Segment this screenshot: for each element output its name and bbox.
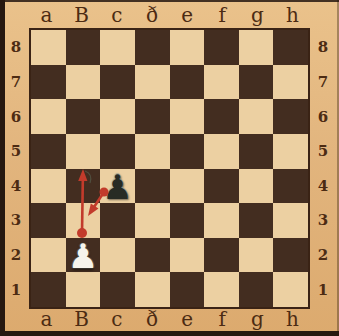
file-label: ð [146, 3, 158, 27]
square-e4[interactable] [170, 169, 205, 204]
square-g3[interactable] [239, 203, 274, 238]
square-g6[interactable] [239, 99, 274, 134]
square-c6[interactable] [100, 99, 135, 134]
square-c2[interactable] [100, 238, 135, 273]
rank-label: 2 [11, 246, 21, 264]
rank-label: 3 [11, 211, 21, 229]
rank-label: 5 [11, 142, 21, 160]
square-f4[interactable] [204, 169, 239, 204]
square-f1[interactable] [204, 272, 239, 307]
file-label: f [218, 307, 225, 331]
rank-label: 6 [318, 108, 328, 126]
square-a5[interactable] [31, 134, 66, 169]
rank-label: 8 [11, 38, 21, 56]
square-h2[interactable] [273, 238, 308, 273]
rank-labels-right: 87654321 [311, 30, 335, 307]
file-label: h [286, 3, 299, 27]
square-d1[interactable] [135, 272, 170, 307]
square-g5[interactable] [239, 134, 274, 169]
square-b3[interactable] [66, 203, 101, 238]
square-b2[interactable]: ♟ [66, 238, 101, 273]
rank-label: 2 [318, 246, 328, 264]
square-f8[interactable] [204, 30, 239, 65]
square-d8[interactable] [135, 30, 170, 65]
rank-label: 6 [11, 108, 21, 126]
square-e1[interactable] [170, 272, 205, 307]
square-a1[interactable] [31, 272, 66, 307]
square-c7[interactable] [100, 65, 135, 100]
square-f7[interactable] [204, 65, 239, 100]
square-e6[interactable] [170, 99, 205, 134]
square-h4[interactable] [273, 169, 308, 204]
square-e7[interactable] [170, 65, 205, 100]
square-a8[interactable] [31, 30, 66, 65]
square-c1[interactable] [100, 272, 135, 307]
file-label: a [41, 307, 53, 331]
file-label: g [251, 3, 264, 27]
square-c5[interactable] [100, 134, 135, 169]
square-b8[interactable] [66, 30, 101, 65]
file-label: e [181, 307, 193, 331]
rank-label: 4 [11, 177, 21, 195]
square-g7[interactable] [239, 65, 274, 100]
file-label: B [74, 3, 89, 27]
square-d2[interactable] [135, 238, 170, 273]
rank-label: 7 [318, 73, 328, 91]
white-pawn[interactable]: ♟ [68, 239, 98, 273]
square-a2[interactable] [31, 238, 66, 273]
square-b6[interactable] [66, 99, 101, 134]
chessboard-frame: aBcðefgh aBcðefgh 87654321 87654321 ♟♟ [0, 0, 339, 336]
square-e3[interactable] [170, 203, 205, 238]
file-labels-top: aBcðefgh [29, 2, 310, 28]
rank-label: 1 [318, 281, 328, 299]
rank-label: 1 [11, 281, 21, 299]
rank-label: 4 [318, 177, 328, 195]
square-d6[interactable] [135, 99, 170, 134]
rank-label: 3 [318, 211, 328, 229]
file-label: B [74, 307, 89, 331]
square-e8[interactable] [170, 30, 205, 65]
file-labels-bottom: aBcðefgh [29, 306, 310, 332]
square-c3[interactable] [100, 203, 135, 238]
square-f3[interactable] [204, 203, 239, 238]
square-b7[interactable] [66, 65, 101, 100]
file-label: e [181, 3, 193, 27]
square-a6[interactable] [31, 99, 66, 134]
square-f6[interactable] [204, 99, 239, 134]
square-f5[interactable] [204, 134, 239, 169]
file-label: f [218, 3, 225, 27]
square-h6[interactable] [273, 99, 308, 134]
square-e5[interactable] [170, 134, 205, 169]
square-a4[interactable] [31, 169, 66, 204]
square-d3[interactable] [135, 203, 170, 238]
rank-label: 5 [318, 142, 328, 160]
square-e2[interactable] [170, 238, 205, 273]
file-label: c [111, 3, 122, 27]
square-h8[interactable] [273, 30, 308, 65]
square-f2[interactable] [204, 238, 239, 273]
square-g1[interactable] [239, 272, 274, 307]
square-g8[interactable] [239, 30, 274, 65]
square-b4[interactable] [66, 169, 101, 204]
square-d7[interactable] [135, 65, 170, 100]
square-h1[interactable] [273, 272, 308, 307]
file-label: g [251, 307, 264, 331]
square-h7[interactable] [273, 65, 308, 100]
file-label: a [41, 3, 53, 27]
square-h5[interactable] [273, 134, 308, 169]
square-c8[interactable] [100, 30, 135, 65]
file-label: ð [146, 307, 158, 331]
square-a3[interactable] [31, 203, 66, 238]
square-g2[interactable] [239, 238, 274, 273]
rank-label: 7 [11, 73, 21, 91]
square-b5[interactable] [66, 134, 101, 169]
square-c4[interactable]: ♟ [100, 169, 135, 204]
square-d4[interactable] [135, 169, 170, 204]
board: ♟♟ [29, 28, 310, 309]
square-b1[interactable] [66, 272, 101, 307]
rank-label: 8 [318, 38, 328, 56]
file-label: c [111, 307, 122, 331]
square-d5[interactable] [135, 134, 170, 169]
square-h3[interactable] [273, 203, 308, 238]
rank-labels-left: 87654321 [4, 30, 28, 307]
square-g4[interactable] [239, 169, 274, 204]
black-pawn[interactable]: ♟ [102, 170, 132, 204]
square-a7[interactable] [31, 65, 66, 100]
file-label: h [286, 307, 299, 331]
